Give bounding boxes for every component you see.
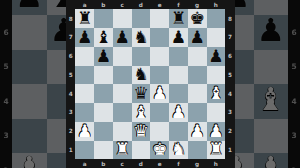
chessboard: abcdefghabcdefgh8765432187654321♜♜♚♟♝♟♞♟… [66, 0, 235, 168]
white-bishop: ♝ [133, 103, 148, 120]
square-b3[interactable] [94, 103, 113, 122]
black-knight: ♞ [133, 66, 148, 83]
square-f8[interactable]: ♜ [169, 9, 188, 28]
square-f2[interactable] [169, 122, 188, 141]
white-pawn: ♟ [189, 122, 204, 139]
rank-label-3: 3 [0, 119, 12, 154]
rank-label-2: 2 [66, 122, 75, 141]
white-pawn: ♟ [15, 154, 43, 168]
rank-label-3: 3 [225, 103, 234, 122]
rank-label-4: 4 [288, 84, 300, 119]
file-label-g: g [188, 159, 207, 168]
square-b6[interactable]: ♟ [94, 47, 113, 66]
square-c7[interactable]: ♟ [113, 28, 132, 47]
square-c8[interactable] [113, 9, 132, 28]
square-h4[interactable]: ♝ [207, 84, 226, 103]
white-king: ♚ [152, 141, 167, 158]
rank-labels: 87654321 [0, 0, 12, 168]
square-c4[interactable] [113, 84, 132, 103]
square-a5[interactable] [75, 66, 94, 85]
black-pawn: ♟ [114, 28, 129, 45]
square-b5[interactable] [94, 66, 113, 85]
rank-labels: 87654321 [288, 0, 300, 168]
file-label-c: c [113, 159, 132, 168]
square-d8[interactable] [132, 9, 151, 28]
square-h8[interactable] [207, 9, 226, 28]
black-pawn: ♟ [171, 28, 186, 45]
board-grid: ♜♜♚♟♝♟♞♟♟♟♟♞♛♟♝♝♟♟♛♟♟♜♚♞♜ [75, 9, 225, 159]
black-pawn: ♟ [257, 16, 285, 48]
rank-label-6: 6 [0, 15, 12, 50]
black-rook: ♜ [171, 10, 186, 27]
rank-label-7: 7 [0, 0, 12, 15]
square-a6 [12, 15, 47, 50]
square-h1[interactable]: ♜ [207, 141, 226, 160]
file-label-d: d [132, 0, 151, 9]
square-f7[interactable]: ♟ [169, 28, 188, 47]
file-label-g: g [188, 0, 207, 9]
square-b2[interactable] [94, 122, 113, 141]
square-g5[interactable] [188, 66, 207, 85]
rank-label-1: 1 [66, 141, 75, 160]
black-pawn: ♟ [96, 47, 111, 64]
rank-label-2: 2 [288, 153, 300, 168]
square-g6[interactable] [188, 47, 207, 66]
square-h2: ♟ [254, 153, 289, 168]
square-h5 [254, 50, 289, 85]
square-h6[interactable]: ♟ [207, 47, 226, 66]
white-pawn: ♟ [257, 154, 285, 168]
white-pawn: ♟ [152, 85, 167, 102]
rank-label-5: 5 [225, 66, 234, 85]
file-label-a: a [75, 159, 94, 168]
square-d4[interactable]: ♛ [132, 84, 151, 103]
white-rook: ♜ [114, 141, 129, 158]
square-e1[interactable]: ♚ [150, 141, 169, 160]
black-knight: ♞ [133, 28, 148, 45]
square-f3[interactable]: ♟ [169, 103, 188, 122]
black-pawn: ♟ [208, 47, 223, 64]
square-g2[interactable]: ♟ [188, 122, 207, 141]
square-e6[interactable] [150, 47, 169, 66]
rank-label-2: 2 [225, 122, 234, 141]
rank-label-4: 4 [66, 84, 75, 103]
rank-label-7: 7 [225, 28, 234, 47]
square-d3[interactable]: ♝ [132, 103, 151, 122]
square-h3 [254, 119, 289, 154]
file-labels: abcdefgh [75, 0, 225, 9]
square-f6[interactable] [169, 47, 188, 66]
square-a2: ♟ [12, 153, 47, 168]
square-e3[interactable] [150, 103, 169, 122]
square-d1[interactable] [132, 141, 151, 160]
square-b8[interactable] [94, 9, 113, 28]
square-d7[interactable]: ♞ [132, 28, 151, 47]
file-label-e: e [150, 0, 169, 9]
square-a1[interactable] [75, 141, 94, 160]
square-a7[interactable]: ♟ [75, 28, 94, 47]
square-c6[interactable] [113, 47, 132, 66]
square-a3 [12, 119, 47, 154]
square-e2[interactable] [150, 122, 169, 141]
rank-label-5: 5 [0, 50, 12, 85]
rank-label-7: 7 [288, 0, 300, 15]
rank-labels: 87654321 [66, 9, 75, 159]
rank-label-8: 8 [225, 9, 234, 28]
square-b4[interactable] [94, 84, 113, 103]
rank-label-6: 6 [288, 15, 300, 50]
rank-label-8: 8 [66, 9, 75, 28]
file-label-e: e [150, 159, 169, 168]
file-label-b: b [94, 159, 113, 168]
black-pawn: ♟ [77, 28, 92, 45]
rank-label-3: 3 [66, 103, 75, 122]
square-g4[interactable] [188, 84, 207, 103]
square-e4[interactable]: ♟ [150, 84, 169, 103]
square-e8[interactable] [150, 9, 169, 28]
rank-label-4: 4 [0, 84, 12, 119]
file-label-c: c [113, 0, 132, 9]
square-a4[interactable] [75, 84, 94, 103]
square-e7[interactable] [150, 28, 169, 47]
square-g3[interactable] [188, 103, 207, 122]
square-a3[interactable] [75, 103, 94, 122]
square-h4: ♝ [254, 84, 289, 119]
square-d5[interactable]: ♞ [132, 66, 151, 85]
rank-label-5: 5 [288, 50, 300, 85]
square-a4 [12, 84, 47, 119]
rank-label-3: 3 [288, 119, 300, 154]
square-a2[interactable]: ♟ [75, 122, 94, 141]
black-queen: ♛ [133, 85, 148, 102]
square-d2[interactable]: ♛ [132, 122, 151, 141]
black-pawn: ♟ [189, 28, 204, 45]
square-a8[interactable]: ♜ [75, 9, 94, 28]
square-e5[interactable] [150, 66, 169, 85]
square-a5 [12, 50, 47, 85]
square-h7[interactable] [207, 28, 226, 47]
square-g1[interactable] [188, 141, 207, 160]
square-b1[interactable] [94, 141, 113, 160]
square-h3[interactable] [207, 103, 226, 122]
rank-label-4: 4 [225, 84, 234, 103]
rank-labels: 87654321 [225, 9, 234, 159]
square-g7[interactable]: ♟ [188, 28, 207, 47]
file-label-f: f [169, 0, 188, 9]
white-pawn: ♟ [208, 122, 223, 139]
white-pawn: ♟ [171, 103, 186, 120]
file-label-h: h [207, 159, 226, 168]
square-h5[interactable] [207, 66, 226, 85]
file-label-h: h [207, 0, 226, 9]
black-rook: ♜ [77, 10, 92, 27]
file-labels: abcdefgh [75, 159, 225, 168]
square-a7: ♟ [12, 0, 47, 15]
square-h7 [254, 0, 289, 15]
video-frame: abcdefghabcdefgh8765432187654321♜♜♚♟♝♟♞♟… [0, 0, 300, 168]
black-bishop: ♝ [96, 28, 111, 45]
white-queen: ♛ [133, 122, 148, 139]
rank-label-7: 7 [66, 28, 75, 47]
square-c2[interactable] [113, 122, 132, 141]
square-f1[interactable]: ♞ [169, 141, 188, 160]
square-c3[interactable] [113, 103, 132, 122]
square-f4[interactable] [169, 84, 188, 103]
file-label-d: d [132, 159, 151, 168]
square-b7[interactable]: ♝ [94, 28, 113, 47]
white-bishop: ♝ [257, 85, 285, 117]
square-g8[interactable]: ♚ [188, 9, 207, 28]
square-d6[interactable] [132, 47, 151, 66]
file-label-b: b [94, 0, 113, 9]
white-pawn: ♟ [77, 122, 92, 139]
main-board-area: abcdefghabcdefgh8765432187654321♜♜♚♟♝♟♞♟… [66, 0, 235, 168]
square-h6: ♟ [254, 15, 289, 50]
file-label-f: f [169, 159, 188, 168]
square-a6[interactable] [75, 47, 94, 66]
rank-label-6: 6 [66, 47, 75, 66]
rank-label-6: 6 [225, 47, 234, 66]
rank-label-2: 2 [0, 153, 12, 168]
white-rook: ♜ [208, 141, 223, 158]
black-pawn: ♟ [15, 0, 43, 13]
white-bishop: ♝ [208, 85, 223, 102]
rank-label-5: 5 [66, 66, 75, 85]
square-f5[interactable] [169, 66, 188, 85]
file-label-a: a [75, 0, 94, 9]
square-c1[interactable]: ♜ [113, 141, 132, 160]
square-h2[interactable]: ♟ [207, 122, 226, 141]
black-king: ♚ [189, 10, 204, 27]
rank-label-1: 1 [225, 141, 234, 160]
white-knight: ♞ [171, 141, 186, 158]
square-c5[interactable] [113, 66, 132, 85]
